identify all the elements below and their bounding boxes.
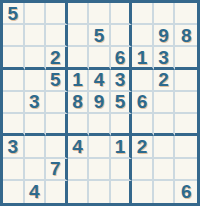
cell-r9c5[interactable] <box>89 181 111 203</box>
cell-r8c5[interactable] <box>89 159 111 181</box>
cell-r9c8[interactable] <box>154 181 176 203</box>
cell-r9c1[interactable] <box>3 181 25 203</box>
cell-r8c2[interactable] <box>25 159 47 181</box>
cell-r3c1[interactable] <box>3 47 25 69</box>
cell-r1c6[interactable] <box>111 3 133 25</box>
cell-r3c7[interactable]: 1 <box>132 47 154 69</box>
cell-r7c3[interactable] <box>46 136 68 158</box>
cell-r6c9[interactable] <box>175 114 197 136</box>
cell-r7c7[interactable]: 2 <box>132 136 154 158</box>
cell-r9c9[interactable]: 6 <box>175 181 197 203</box>
cell-r5c1[interactable] <box>3 92 25 114</box>
cell-r5c3[interactable] <box>46 92 68 114</box>
cell-r4c1[interactable] <box>3 70 25 92</box>
cell-r5c4[interactable]: 8 <box>68 92 90 114</box>
cell-r8c9[interactable] <box>175 159 197 181</box>
cell-r1c9[interactable] <box>175 3 197 25</box>
cell-r3c8[interactable]: 3 <box>154 47 176 69</box>
cell-r6c4[interactable] <box>68 114 90 136</box>
cell-r5c8[interactable] <box>154 92 176 114</box>
cell-r6c7[interactable] <box>132 114 154 136</box>
cell-r9c7[interactable] <box>132 181 154 203</box>
cell-r2c3[interactable] <box>46 25 68 47</box>
cell-r5c7[interactable]: 6 <box>132 92 154 114</box>
cell-r7c1[interactable]: 3 <box>3 136 25 158</box>
cell-r4c2[interactable] <box>25 70 47 92</box>
cell-r4c4[interactable]: 1 <box>68 70 90 92</box>
cell-r8c6[interactable] <box>111 159 133 181</box>
cell-r8c3[interactable]: 7 <box>46 159 68 181</box>
cell-r3c5[interactable] <box>89 47 111 69</box>
cell-r9c2[interactable]: 4 <box>25 181 47 203</box>
cell-r2c2[interactable] <box>25 25 47 47</box>
cell-r5c2[interactable]: 3 <box>25 92 47 114</box>
cell-r1c5[interactable] <box>89 3 111 25</box>
cell-r2c5[interactable]: 5 <box>89 25 111 47</box>
cell-r3c9[interactable] <box>175 47 197 69</box>
cell-r7c9[interactable] <box>175 136 197 158</box>
cell-r6c6[interactable] <box>111 114 133 136</box>
cell-r8c1[interactable] <box>3 159 25 181</box>
cell-r7c2[interactable] <box>25 136 47 158</box>
cell-r6c8[interactable] <box>154 114 176 136</box>
cell-r9c4[interactable] <box>68 181 90 203</box>
cell-r1c3[interactable] <box>46 3 68 25</box>
cell-r2c6[interactable] <box>111 25 133 47</box>
cell-r2c8[interactable]: 9 <box>154 25 176 47</box>
cell-r6c3[interactable] <box>46 114 68 136</box>
cell-r7c4[interactable]: 4 <box>68 136 90 158</box>
cell-r7c6[interactable]: 1 <box>111 136 133 158</box>
cell-r8c7[interactable] <box>132 159 154 181</box>
cell-r4c7[interactable] <box>132 70 154 92</box>
cell-r5c6[interactable]: 5 <box>111 92 133 114</box>
cell-r9c3[interactable] <box>46 181 68 203</box>
cell-r3c6[interactable]: 6 <box>111 47 133 69</box>
cell-r1c1[interactable]: 5 <box>3 3 25 25</box>
cell-r1c7[interactable] <box>132 3 154 25</box>
cell-r2c1[interactable] <box>3 25 25 47</box>
cell-r4c5[interactable]: 4 <box>89 70 111 92</box>
cell-r1c4[interactable] <box>68 3 90 25</box>
cell-r8c8[interactable] <box>154 159 176 181</box>
cell-r4c8[interactable]: 2 <box>154 70 176 92</box>
cell-r1c2[interactable] <box>25 3 47 25</box>
cell-r3c2[interactable] <box>25 47 47 69</box>
cell-r8c4[interactable] <box>68 159 90 181</box>
cell-r2c7[interactable] <box>132 25 154 47</box>
cell-r4c3[interactable]: 5 <box>46 70 68 92</box>
sudoku-board: 5598261351432389563412746 <box>0 0 200 206</box>
cell-r5c5[interactable]: 9 <box>89 92 111 114</box>
cell-r6c5[interactable] <box>89 114 111 136</box>
cell-r3c3[interactable]: 2 <box>46 47 68 69</box>
cell-r6c1[interactable] <box>3 114 25 136</box>
cell-r6c2[interactable] <box>25 114 47 136</box>
cell-r3c4[interactable] <box>68 47 90 69</box>
cell-r2c4[interactable] <box>68 25 90 47</box>
cell-r2c9[interactable]: 8 <box>175 25 197 47</box>
cell-r9c6[interactable] <box>111 181 133 203</box>
cell-r4c6[interactable]: 3 <box>111 70 133 92</box>
cell-r5c9[interactable] <box>175 92 197 114</box>
cell-r4c9[interactable] <box>175 70 197 92</box>
cell-r7c5[interactable] <box>89 136 111 158</box>
cell-r7c8[interactable] <box>154 136 176 158</box>
cell-r1c8[interactable] <box>154 3 176 25</box>
